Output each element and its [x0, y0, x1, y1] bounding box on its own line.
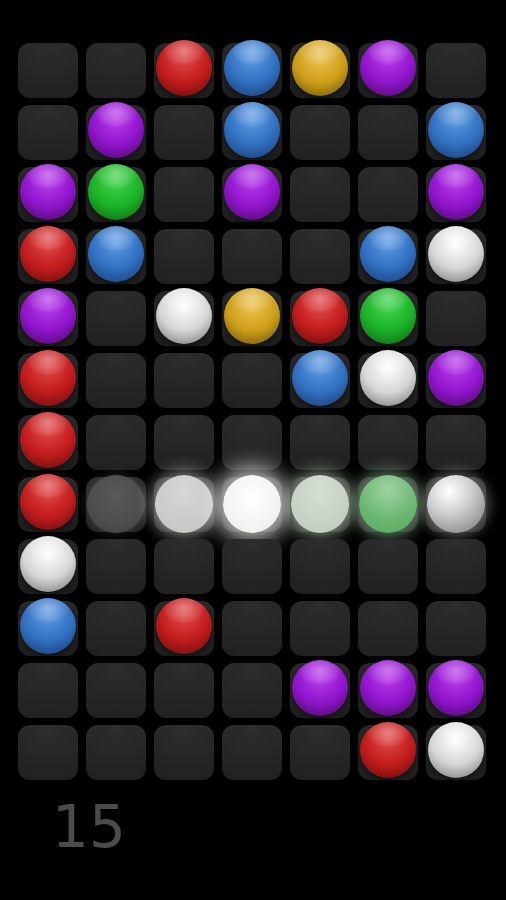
- board-cell[interactable]: [222, 167, 282, 222]
- board-cell[interactable]: [222, 663, 282, 718]
- ball-blue[interactable]: [360, 226, 416, 282]
- board-cell[interactable]: [358, 43, 418, 98]
- board-cell[interactable]: [358, 353, 418, 408]
- board-cell[interactable]: [86, 601, 146, 656]
- board-cell[interactable]: [426, 539, 486, 594]
- board-cell[interactable]: [426, 415, 486, 470]
- board-cell[interactable]: [86, 663, 146, 718]
- board-cell[interactable]: [290, 43, 350, 98]
- board-cell[interactable]: [86, 415, 146, 470]
- board-cell[interactable]: [426, 105, 486, 160]
- board-cell[interactable]: [222, 725, 282, 780]
- ball-blue[interactable]: [292, 350, 348, 406]
- ball-blue[interactable]: [20, 598, 76, 654]
- ball-white[interactable]: [20, 536, 76, 592]
- ball-blue[interactable]: [224, 40, 280, 96]
- ball-white[interactable]: [428, 722, 484, 778]
- board-cell[interactable]: [358, 663, 418, 718]
- board-cell[interactable]: [154, 601, 214, 656]
- board-cell[interactable]: [154, 43, 214, 98]
- board-cell[interactable]: [154, 167, 214, 222]
- board-cell[interactable]: [222, 105, 282, 160]
- board-cell[interactable]: [86, 353, 146, 408]
- board-cell[interactable]: [154, 353, 214, 408]
- ball-purple[interactable]: [20, 288, 76, 344]
- board-cell[interactable]: [222, 291, 282, 346]
- ball-red[interactable]: [20, 474, 76, 530]
- board-cell[interactable]: [154, 105, 214, 160]
- board-cell[interactable]: [290, 353, 350, 408]
- board-cell[interactable]: [86, 477, 146, 532]
- ball-purple[interactable]: [88, 102, 144, 158]
- ball-purple[interactable]: [428, 660, 484, 716]
- board-cell[interactable]: [290, 105, 350, 160]
- ball-green[interactable]: [360, 288, 416, 344]
- ball-blue[interactable]: [428, 102, 484, 158]
- board-cell[interactable]: [18, 663, 78, 718]
- board-cell[interactable]: [290, 663, 350, 718]
- board-cell[interactable]: [18, 353, 78, 408]
- board: [18, 43, 486, 780]
- ball-green[interactable]: [88, 164, 144, 220]
- board-cell[interactable]: [154, 477, 214, 532]
- board-cell[interactable]: [426, 229, 486, 284]
- ball-white[interactable]: [428, 226, 484, 282]
- board-cell[interactable]: [18, 105, 78, 160]
- board-cell[interactable]: [86, 43, 146, 98]
- board-cell[interactable]: [290, 291, 350, 346]
- board-cell[interactable]: [18, 725, 78, 780]
- score: 15: [52, 796, 126, 860]
- ball-purple[interactable]: [428, 164, 484, 220]
- board-cell[interactable]: [86, 167, 146, 222]
- board-cell[interactable]: [290, 167, 350, 222]
- board-cell[interactable]: [426, 601, 486, 656]
- ball-white[interactable]: [360, 350, 416, 406]
- ball-red[interactable]: [20, 350, 76, 406]
- ball-red[interactable]: [156, 598, 212, 654]
- board-cell[interactable]: [358, 167, 418, 222]
- board-cell[interactable]: [18, 167, 78, 222]
- board-cell[interactable]: [290, 229, 350, 284]
- board-cell[interactable]: [358, 415, 418, 470]
- board-cell[interactable]: [290, 725, 350, 780]
- board-cell[interactable]: [358, 291, 418, 346]
- clearing-ball: [291, 475, 349, 533]
- board-cell[interactable]: [86, 291, 146, 346]
- ball-white[interactable]: [156, 288, 212, 344]
- board-cell[interactable]: [18, 601, 78, 656]
- board-cell[interactable]: [358, 539, 418, 594]
- board-cell[interactable]: [86, 725, 146, 780]
- board-cell[interactable]: [86, 539, 146, 594]
- board-cell[interactable]: [18, 229, 78, 284]
- board-cell[interactable]: [426, 353, 486, 408]
- ball-purple[interactable]: [292, 660, 348, 716]
- board-cell[interactable]: [222, 43, 282, 98]
- board-cell[interactable]: [222, 353, 282, 408]
- board-cell[interactable]: [290, 415, 350, 470]
- board-cell[interactable]: [290, 601, 350, 656]
- clearing-ball: [427, 475, 485, 533]
- board-cell[interactable]: [154, 415, 214, 470]
- board-cell[interactable]: [222, 415, 282, 470]
- board-cell[interactable]: [154, 663, 214, 718]
- board-cell[interactable]: [426, 663, 486, 718]
- board-cell[interactable]: [426, 725, 486, 780]
- clearing-ball: [223, 475, 281, 533]
- ball-purple[interactable]: [428, 350, 484, 406]
- board-cell[interactable]: [290, 539, 350, 594]
- board-cell[interactable]: [222, 539, 282, 594]
- ball-red[interactable]: [292, 288, 348, 344]
- ball-blue[interactable]: [88, 226, 144, 282]
- ball-purple[interactable]: [360, 40, 416, 96]
- board-cell[interactable]: [358, 725, 418, 780]
- ball-purple[interactable]: [360, 660, 416, 716]
- ball-gold[interactable]: [224, 288, 280, 344]
- board-cell[interactable]: [358, 105, 418, 160]
- ball-purple[interactable]: [224, 164, 280, 220]
- clearing-ball: [359, 475, 417, 533]
- board-cell[interactable]: [222, 229, 282, 284]
- board-cell[interactable]: [426, 167, 486, 222]
- board-cell[interactable]: [154, 229, 214, 284]
- board-cell[interactable]: [154, 291, 214, 346]
- ball-red[interactable]: [360, 722, 416, 778]
- ball-purple[interactable]: [20, 164, 76, 220]
- board-cell[interactable]: [86, 105, 146, 160]
- board-cell[interactable]: [222, 601, 282, 656]
- clearing-ball: [87, 475, 145, 533]
- ball-red[interactable]: [20, 412, 76, 468]
- board-cell[interactable]: [358, 477, 418, 532]
- board-cell[interactable]: [18, 43, 78, 98]
- board-cell[interactable]: [86, 229, 146, 284]
- board-cell[interactable]: [426, 477, 486, 532]
- board-cell[interactable]: [290, 477, 350, 532]
- board-cell[interactable]: [358, 601, 418, 656]
- board-cell[interactable]: [426, 291, 486, 346]
- board-cell[interactable]: [154, 539, 214, 594]
- board-cell[interactable]: [18, 477, 78, 532]
- ball-blue[interactable]: [224, 102, 280, 158]
- board-cell[interactable]: [18, 539, 78, 594]
- board-cell[interactable]: [18, 415, 78, 470]
- board-cell[interactable]: [358, 229, 418, 284]
- ball-gold[interactable]: [292, 40, 348, 96]
- ball-red[interactable]: [20, 226, 76, 282]
- clearing-ball: [155, 475, 213, 533]
- board-cell[interactable]: [222, 477, 282, 532]
- game-screen: 15: [0, 0, 506, 900]
- board-cell[interactable]: [426, 43, 486, 98]
- board-cell[interactable]: [154, 725, 214, 780]
- ball-red[interactable]: [156, 40, 212, 96]
- board-cell[interactable]: [18, 291, 78, 346]
